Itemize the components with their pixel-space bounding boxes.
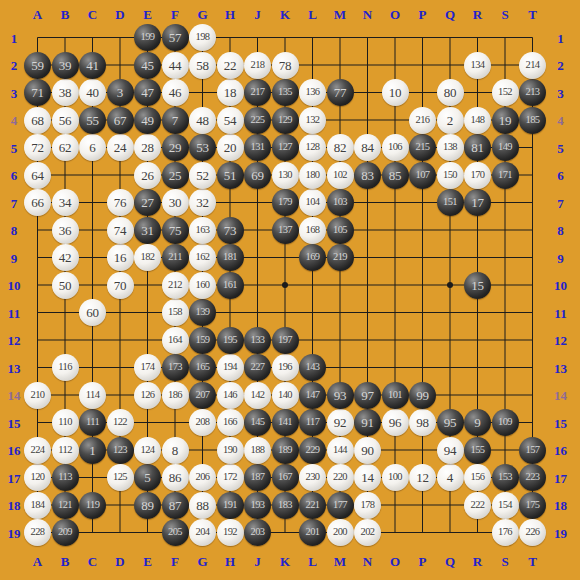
move-number: 175 — [526, 500, 540, 511]
move-number: 36 — [59, 224, 72, 237]
move-number: 121 — [58, 500, 72, 511]
row-label-left-16: 16 — [8, 444, 21, 457]
move-number: 138 — [443, 142, 457, 153]
move-number: 146 — [223, 390, 237, 401]
stone-white-116-B13: 116 — [52, 354, 79, 381]
stone-white-58-G2: 58 — [189, 52, 216, 79]
move-number: 202 — [361, 527, 375, 538]
move-number: 169 — [306, 252, 320, 263]
move-number: 170 — [471, 170, 485, 181]
stone-black-103-M7: 103 — [327, 189, 354, 216]
stone-white-32-G7: 32 — [189, 189, 216, 216]
stone-black-9-R15: 9 — [464, 409, 491, 436]
stone-black-177-M18: 177 — [327, 492, 354, 519]
stone-black-171-S6: 171 — [492, 162, 519, 189]
stone-black-191-H18: 191 — [217, 492, 244, 519]
row-label-right-14: 14 — [554, 389, 567, 402]
move-number: 14 — [361, 471, 374, 484]
stone-black-91-N15: 91 — [354, 409, 381, 436]
move-number: 8 — [172, 444, 178, 457]
stone-black-219-M9: 219 — [327, 244, 354, 271]
move-number: 87 — [169, 499, 182, 512]
move-number: 181 — [223, 252, 237, 263]
move-number: 72 — [31, 141, 44, 154]
stone-black-173-F13: 173 — [162, 354, 189, 381]
stone-black-137-K8: 137 — [272, 217, 299, 244]
stone-black-7-F4: 7 — [162, 107, 189, 134]
move-number: 84 — [361, 141, 374, 154]
stone-black-77-M3: 77 — [327, 79, 354, 106]
stone-black-181-H9: 181 — [217, 244, 244, 271]
move-number: 188 — [251, 445, 265, 456]
move-number: 94 — [444, 444, 457, 457]
col-label-top-S: S — [501, 8, 508, 21]
stone-white-80-Q3: 80 — [437, 79, 464, 106]
stone-black-203-J19: 203 — [244, 519, 271, 546]
move-number: 97 — [361, 389, 374, 402]
move-number: 22 — [224, 59, 237, 72]
stone-black-25-F6: 25 — [162, 162, 189, 189]
stone-white-198-G1: 198 — [189, 24, 216, 51]
move-number: 12 — [416, 471, 429, 484]
move-number: 83 — [361, 169, 374, 182]
move-number: 186 — [168, 390, 182, 401]
move-number: 85 — [389, 169, 402, 182]
col-label-bottom-T: T — [528, 554, 537, 567]
col-label-bottom-J: J — [254, 554, 261, 567]
col-label-top-E: E — [143, 8, 152, 21]
stone-white-90-N16: 90 — [354, 437, 381, 464]
move-number: 78 — [279, 59, 292, 72]
move-number: 1 — [89, 444, 95, 457]
move-number: 149 — [498, 142, 512, 153]
move-number: 195 — [223, 335, 237, 346]
move-number: 38 — [59, 86, 72, 99]
move-number: 91 — [361, 416, 374, 429]
move-number: 82 — [334, 141, 347, 154]
move-number: 48 — [196, 114, 209, 127]
row-label-right-4: 4 — [557, 114, 564, 127]
stone-white-114-C14: 114 — [79, 382, 106, 409]
row-label-right-19: 19 — [554, 526, 567, 539]
stone-black-129-K4: 129 — [272, 107, 299, 134]
stone-white-100-O17: 100 — [382, 464, 409, 491]
stone-black-75-F8: 75 — [162, 217, 189, 244]
stone-black-147-L14: 147 — [299, 382, 326, 409]
move-number: 218 — [251, 60, 265, 71]
move-number: 217 — [251, 87, 265, 98]
stone-white-138-Q5: 138 — [437, 134, 464, 161]
stone-black-123-D16: 123 — [107, 437, 134, 464]
move-number: 88 — [196, 499, 209, 512]
stone-black-161-H10: 161 — [217, 272, 244, 299]
move-number: 3 — [117, 86, 123, 99]
move-number: 164 — [168, 335, 182, 346]
stone-black-53-G5: 53 — [189, 134, 216, 161]
move-number: 167 — [278, 472, 292, 483]
move-number: 153 — [498, 472, 512, 483]
move-number: 125 — [113, 472, 127, 483]
move-number: 225 — [251, 115, 265, 126]
move-number: 80 — [444, 86, 457, 99]
stone-black-111-C15: 111 — [79, 409, 106, 436]
row-label-left-10: 10 — [8, 279, 21, 292]
move-number: 59 — [31, 59, 44, 72]
move-number: 53 — [196, 141, 209, 154]
col-label-top-O: O — [390, 8, 400, 21]
stone-white-92-M15: 92 — [327, 409, 354, 436]
move-number: 230 — [306, 472, 320, 483]
move-number: 20 — [224, 141, 237, 154]
row-label-left-8: 8 — [11, 224, 18, 237]
stone-white-72-A5: 72 — [24, 134, 51, 161]
move-number: 122 — [113, 417, 127, 428]
stone-black-59-A2: 59 — [24, 52, 51, 79]
move-number: 117 — [306, 417, 320, 428]
go-board: AABBCCDDEEFFGGHHJJKKLLMMNNOOPPQQRRSSTT11… — [0, 0, 580, 580]
move-number: 39 — [59, 59, 72, 72]
move-number: 154 — [498, 500, 512, 511]
stone-black-27-E7: 27 — [134, 189, 161, 216]
col-label-bottom-G: G — [197, 554, 207, 567]
move-number: 103 — [333, 197, 347, 208]
move-number: 162 — [196, 252, 210, 263]
move-number: 34 — [59, 196, 72, 209]
move-number: 54 — [224, 114, 237, 127]
stone-white-20-H5: 20 — [217, 134, 244, 161]
row-label-left-1: 1 — [11, 31, 18, 44]
stone-black-127-K5: 127 — [272, 134, 299, 161]
row-label-right-11: 11 — [554, 306, 566, 319]
move-number: 126 — [141, 390, 155, 401]
stone-white-176-S19: 176 — [492, 519, 519, 546]
move-number: 98 — [416, 416, 429, 429]
stone-white-146-H14: 146 — [217, 382, 244, 409]
move-number: 145 — [251, 417, 265, 428]
stone-black-189-K16: 189 — [272, 437, 299, 464]
stone-black-95-Q15: 95 — [437, 409, 464, 436]
move-number: 147 — [306, 390, 320, 401]
stone-black-175-T18: 175 — [519, 492, 546, 519]
stone-white-124-E16: 124 — [134, 437, 161, 464]
move-number: 10 — [389, 86, 402, 99]
move-number: 163 — [196, 225, 210, 236]
move-number: 197 — [278, 335, 292, 346]
row-label-right-17: 17 — [554, 471, 567, 484]
move-number: 128 — [306, 142, 320, 153]
move-number: 25 — [169, 169, 182, 182]
stone-white-202-N19: 202 — [354, 519, 381, 546]
stone-white-134-R2: 134 — [464, 52, 491, 79]
stone-white-182-E9: 182 — [134, 244, 161, 271]
move-number: 28 — [141, 141, 154, 154]
stone-black-105-M8: 105 — [327, 217, 354, 244]
stone-black-69-J6: 69 — [244, 162, 271, 189]
stone-white-180-L6: 180 — [299, 162, 326, 189]
col-label-top-L: L — [308, 8, 317, 21]
move-number: 206 — [196, 472, 210, 483]
move-number: 19 — [499, 114, 512, 127]
stone-white-140-K14: 140 — [272, 382, 299, 409]
stone-white-2-Q4: 2 — [437, 107, 464, 134]
move-number: 40 — [86, 86, 99, 99]
move-number: 29 — [169, 141, 182, 154]
move-number: 180 — [306, 170, 320, 181]
col-label-top-G: G — [197, 8, 207, 21]
row-label-right-10: 10 — [554, 279, 567, 292]
stone-white-142-J14: 142 — [244, 382, 271, 409]
col-label-top-Q: Q — [445, 8, 455, 21]
move-number: 15 — [471, 279, 484, 292]
stone-white-220-M17: 220 — [327, 464, 354, 491]
move-number: 112 — [58, 445, 72, 456]
stone-white-228-A19: 228 — [24, 519, 51, 546]
row-label-left-3: 3 — [11, 86, 18, 99]
stone-black-167-K17: 167 — [272, 464, 299, 491]
row-label-left-9: 9 — [11, 251, 18, 264]
move-number: 171 — [498, 170, 512, 181]
star-point-K10 — [282, 282, 288, 288]
stone-white-44-F2: 44 — [162, 52, 189, 79]
move-number: 179 — [278, 197, 292, 208]
stone-black-17-R7: 17 — [464, 189, 491, 216]
stone-black-113-B17: 113 — [52, 464, 79, 491]
move-number: 221 — [306, 500, 320, 511]
stone-black-139-G11: 139 — [189, 299, 216, 326]
col-label-bottom-C: C — [88, 554, 97, 567]
col-label-top-C: C — [88, 8, 97, 21]
move-number: 207 — [196, 390, 210, 401]
row-label-left-2: 2 — [11, 59, 18, 72]
row-label-right-13: 13 — [554, 361, 567, 374]
move-number: 67 — [114, 114, 127, 127]
stone-white-178-N18: 178 — [354, 492, 381, 519]
stone-white-148-R4: 148 — [464, 107, 491, 134]
stone-white-68-A4: 68 — [24, 107, 51, 134]
stone-black-47-E3: 47 — [134, 79, 161, 106]
stone-black-169-L9: 169 — [299, 244, 326, 271]
move-number: 106 — [388, 142, 402, 153]
stone-black-107-P6: 107 — [409, 162, 436, 189]
move-number: 102 — [333, 170, 347, 181]
row-label-left-17: 17 — [8, 471, 21, 484]
move-number: 101 — [388, 390, 402, 401]
move-number: 165 — [196, 362, 210, 373]
stone-white-28-E5: 28 — [134, 134, 161, 161]
stone-white-212-F10: 212 — [162, 272, 189, 299]
stone-black-213-T3: 213 — [519, 79, 546, 106]
stone-black-221-L18: 221 — [299, 492, 326, 519]
stone-white-94-Q16: 94 — [437, 437, 464, 464]
stone-white-122-D15: 122 — [107, 409, 134, 436]
move-number: 124 — [141, 445, 155, 456]
col-label-top-M: M — [334, 8, 346, 21]
stone-white-40-C3: 40 — [79, 79, 106, 106]
stone-white-26-E6: 26 — [134, 162, 161, 189]
stone-black-135-K3: 135 — [272, 79, 299, 106]
stone-white-120-A17: 120 — [24, 464, 51, 491]
stone-white-144-M16: 144 — [327, 437, 354, 464]
stone-white-210-A14: 210 — [24, 382, 51, 409]
move-number: 130 — [278, 170, 292, 181]
move-number: 46 — [169, 86, 182, 99]
move-number: 161 — [223, 280, 237, 291]
move-number: 90 — [361, 444, 374, 457]
move-number: 214 — [526, 60, 540, 71]
row-label-right-6: 6 — [557, 169, 564, 182]
stone-black-201-L19: 201 — [299, 519, 326, 546]
move-number: 114 — [86, 390, 100, 401]
stone-white-52-G6: 52 — [189, 162, 216, 189]
stone-black-187-J17: 187 — [244, 464, 271, 491]
move-number: 57 — [169, 31, 182, 44]
move-number: 89 — [141, 499, 154, 512]
stone-white-82-M5: 82 — [327, 134, 354, 161]
col-label-top-T: T — [528, 8, 537, 21]
stone-white-174-E13: 174 — [134, 354, 161, 381]
move-number: 139 — [196, 307, 210, 318]
row-label-right-7: 7 — [557, 196, 564, 209]
stone-white-192-H19: 192 — [217, 519, 244, 546]
move-number: 174 — [141, 362, 155, 373]
move-number: 127 — [278, 142, 292, 153]
move-number: 74 — [114, 224, 127, 237]
move-number: 111 — [86, 417, 99, 428]
stone-white-16-D9: 16 — [107, 244, 134, 271]
stone-white-56-B4: 56 — [52, 107, 79, 134]
stone-white-214-T2: 214 — [519, 52, 546, 79]
stone-black-57-F1: 57 — [162, 24, 189, 51]
stone-white-196-K13: 196 — [272, 354, 299, 381]
move-number: 70 — [114, 279, 127, 292]
move-number: 137 — [278, 225, 292, 236]
move-number: 60 — [86, 306, 99, 319]
stone-white-154-S18: 154 — [492, 492, 519, 519]
move-number: 56 — [59, 114, 72, 127]
col-label-bottom-Q: Q — [445, 554, 455, 567]
move-number: 223 — [526, 472, 540, 483]
stone-black-149-S5: 149 — [492, 134, 519, 161]
move-number: 18 — [224, 86, 237, 99]
move-number: 76 — [114, 196, 127, 209]
stone-white-76-D7: 76 — [107, 189, 134, 216]
move-number: 209 — [58, 527, 72, 538]
stone-black-15-R10: 15 — [464, 272, 491, 299]
move-number: 133 — [251, 335, 265, 346]
stone-black-41-C2: 41 — [79, 52, 106, 79]
move-number: 96 — [389, 416, 402, 429]
stone-white-152-S3: 152 — [492, 79, 519, 106]
stone-white-78-K2: 78 — [272, 52, 299, 79]
move-number: 17 — [471, 196, 484, 209]
row-label-left-18: 18 — [8, 499, 21, 512]
stone-black-193-J18: 193 — [244, 492, 271, 519]
stone-white-84-N5: 84 — [354, 134, 381, 161]
stone-white-206-G17: 206 — [189, 464, 216, 491]
stone-white-36-B8: 36 — [52, 217, 79, 244]
move-number: 93 — [334, 389, 347, 402]
move-number: 187 — [251, 472, 265, 483]
move-number: 136 — [306, 87, 320, 98]
stone-white-104-L7: 104 — [299, 189, 326, 216]
stone-white-48-G4: 48 — [189, 107, 216, 134]
stone-white-98-P15: 98 — [409, 409, 436, 436]
move-number: 27 — [141, 196, 154, 209]
move-number: 140 — [278, 390, 292, 401]
stone-black-39-B2: 39 — [52, 52, 79, 79]
col-label-top-R: R — [473, 8, 482, 21]
move-number: 109 — [498, 417, 512, 428]
col-label-bottom-O: O — [390, 554, 400, 567]
col-label-bottom-L: L — [308, 554, 317, 567]
stone-black-71-A3: 71 — [24, 79, 51, 106]
move-number: 182 — [141, 252, 155, 263]
move-number: 213 — [526, 87, 540, 98]
stone-white-18-H3: 18 — [217, 79, 244, 106]
move-number: 203 — [251, 527, 265, 538]
stone-black-19-S4: 19 — [492, 107, 519, 134]
stone-white-218-J2: 218 — [244, 52, 271, 79]
col-label-top-B: B — [61, 8, 70, 21]
stone-black-183-K18: 183 — [272, 492, 299, 519]
stone-black-225-J4: 225 — [244, 107, 271, 134]
move-number: 184 — [31, 500, 45, 511]
col-label-bottom-R: R — [473, 554, 482, 567]
move-number: 143 — [306, 362, 320, 373]
col-label-top-J: J — [254, 8, 261, 21]
stone-black-117-L15: 117 — [299, 409, 326, 436]
move-number: 229 — [306, 445, 320, 456]
stone-black-89-E18: 89 — [134, 492, 161, 519]
move-number: 194 — [223, 362, 237, 373]
move-number: 155 — [471, 445, 485, 456]
move-number: 159 — [196, 335, 210, 346]
move-number: 215 — [416, 142, 430, 153]
stone-white-102-M6: 102 — [327, 162, 354, 189]
stone-black-67-D4: 67 — [107, 107, 134, 134]
move-number: 64 — [31, 169, 44, 182]
stone-black-145-J15: 145 — [244, 409, 271, 436]
row-label-right-2: 2 — [557, 59, 564, 72]
move-number: 172 — [223, 472, 237, 483]
move-number: 51 — [224, 169, 237, 182]
stone-black-185-T4: 185 — [519, 107, 546, 134]
move-number: 55 — [86, 114, 99, 127]
move-number: 2 — [447, 114, 453, 127]
move-number: 16 — [114, 251, 127, 264]
col-label-bottom-E: E — [143, 554, 152, 567]
stone-black-133-J12: 133 — [244, 327, 271, 354]
row-label-left-11: 11 — [8, 306, 20, 319]
move-number: 41 — [86, 59, 99, 72]
stone-white-216-P4: 216 — [409, 107, 436, 134]
move-number: 49 — [141, 114, 154, 127]
stone-white-12-P17: 12 — [409, 464, 436, 491]
stone-black-85-O6: 85 — [382, 162, 409, 189]
stone-white-168-L8: 168 — [299, 217, 326, 244]
col-label-top-P: P — [419, 8, 427, 21]
stone-black-119-C18: 119 — [79, 492, 106, 519]
move-number: 7 — [172, 114, 178, 127]
stone-white-110-B15: 110 — [52, 409, 79, 436]
stone-black-151-Q7: 151 — [437, 189, 464, 216]
move-number: 220 — [333, 472, 347, 483]
stone-black-45-E2: 45 — [134, 52, 161, 79]
stone-white-158-F11: 158 — [162, 299, 189, 326]
stone-white-156-R17: 156 — [464, 464, 491, 491]
stone-white-186-F14: 186 — [162, 382, 189, 409]
move-number: 31 — [141, 224, 154, 237]
